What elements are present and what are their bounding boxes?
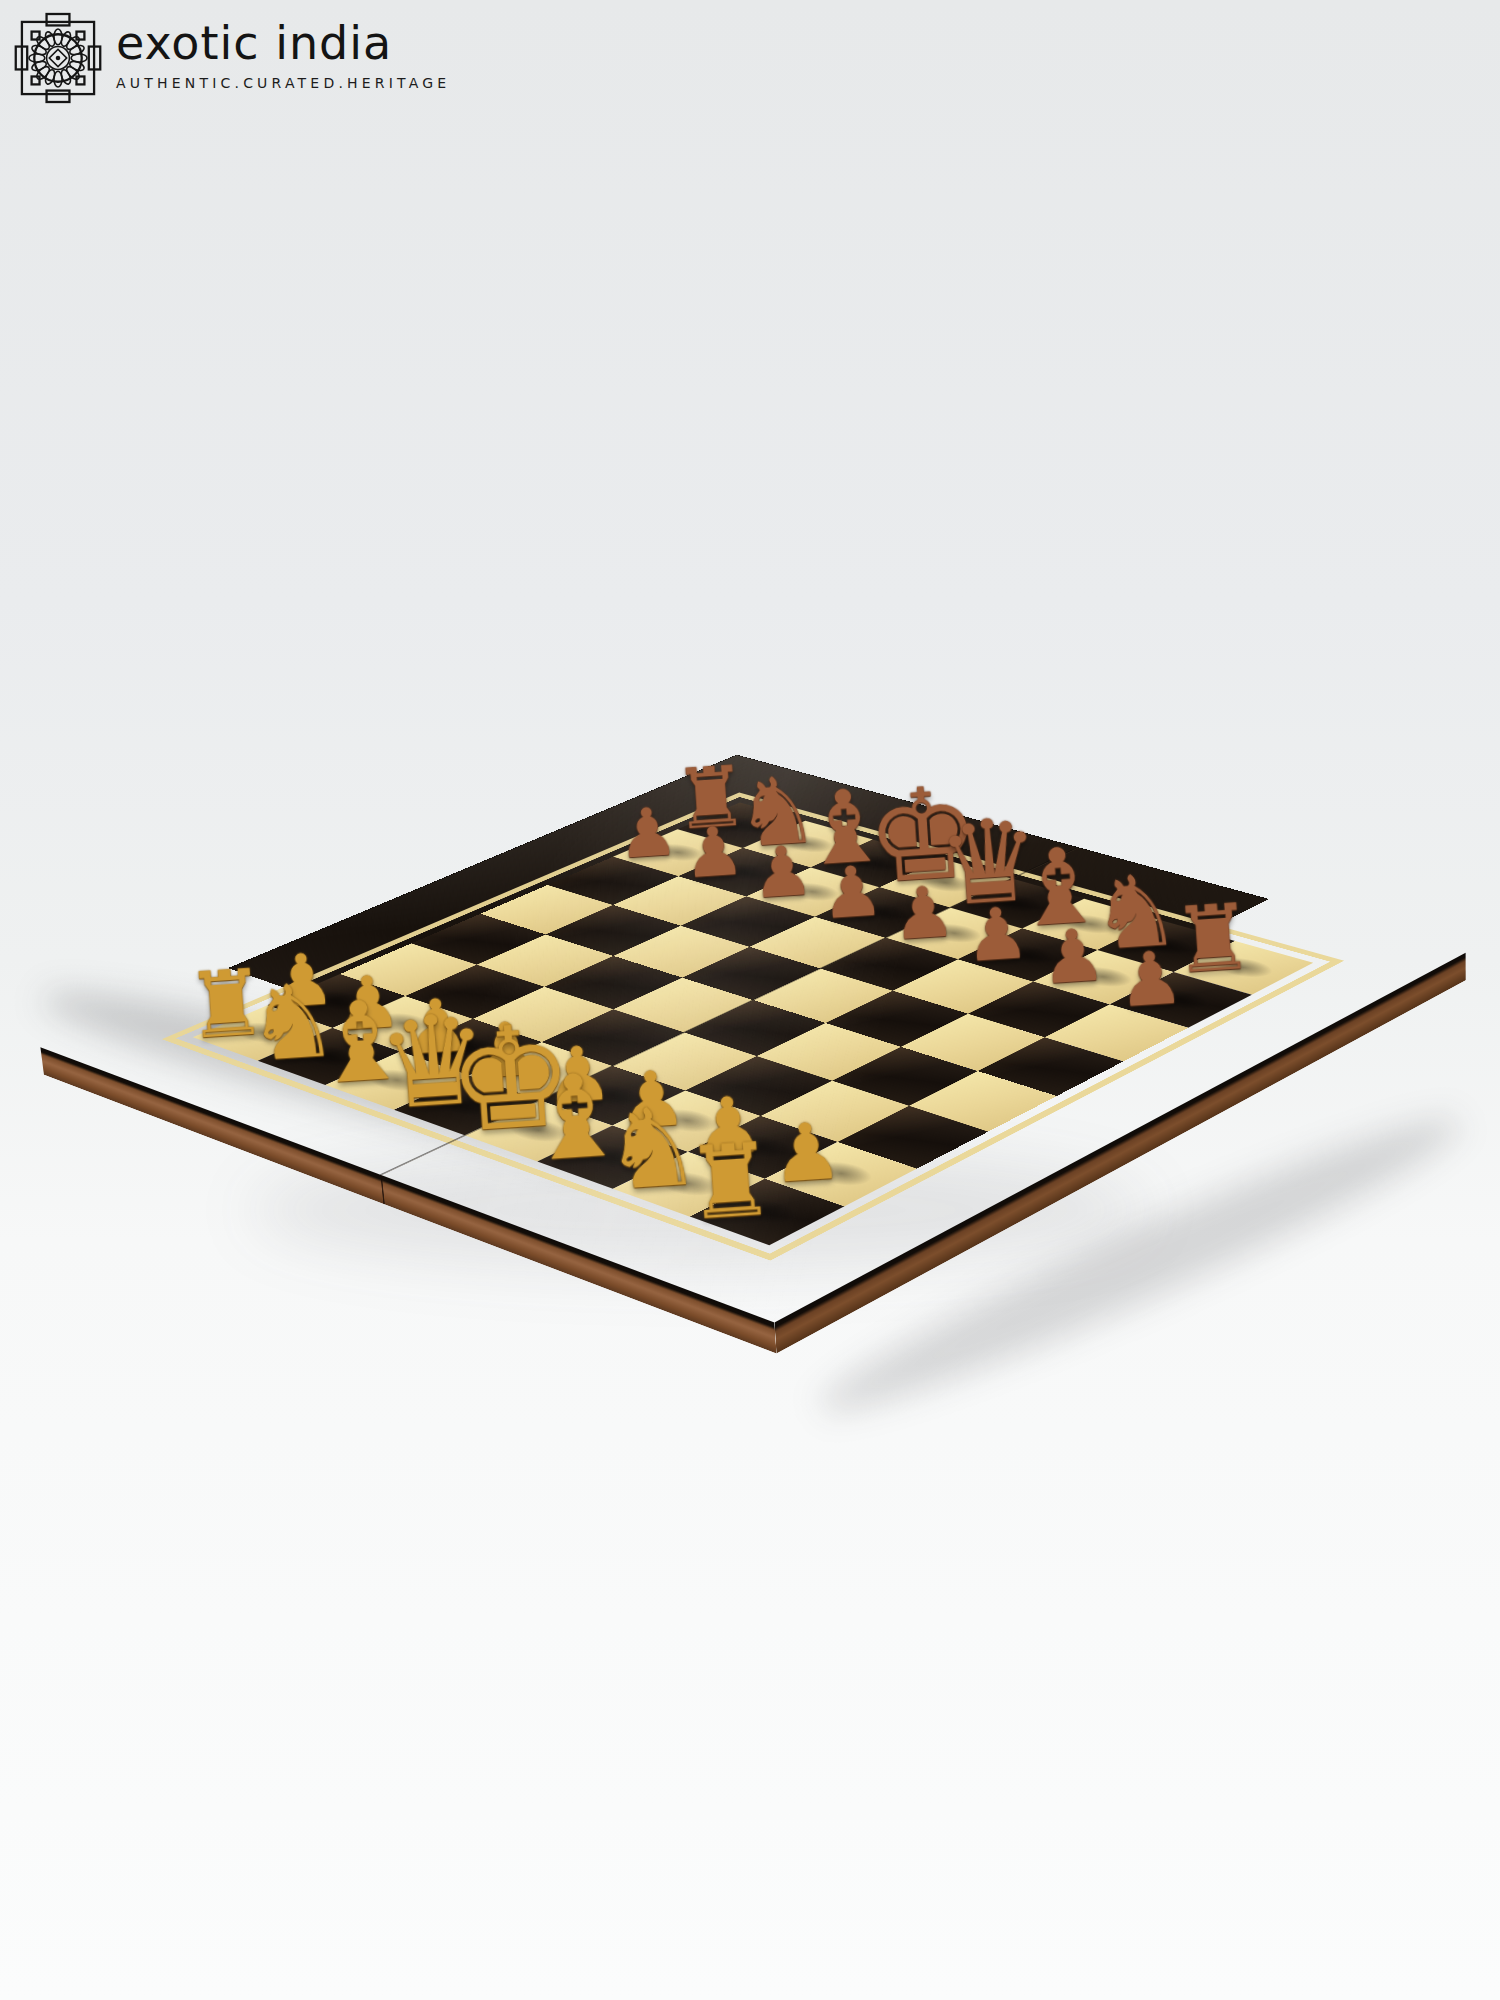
gold-rook-h1: ♜ [672, 1130, 788, 1232]
product-photo-page: { "brand": { "name": "exotic india", "ta… [0, 0, 1500, 2000]
brand-tagline: AUTHENTIC.CURATED.HERITAGE [116, 75, 450, 91]
brand-header: exotic india AUTHENTIC.CURATED.HERITAGE [14, 10, 450, 106]
yantra-mandala-icon [14, 10, 102, 106]
brand-name: exotic india [116, 20, 450, 66]
brand-text-block: exotic india AUTHENTIC.CURATED.HERITAGE [116, 10, 450, 91]
fold-seam-notch [380, 1175, 384, 1205]
copper-pawn-h7: ♟ [1098, 941, 1204, 1017]
